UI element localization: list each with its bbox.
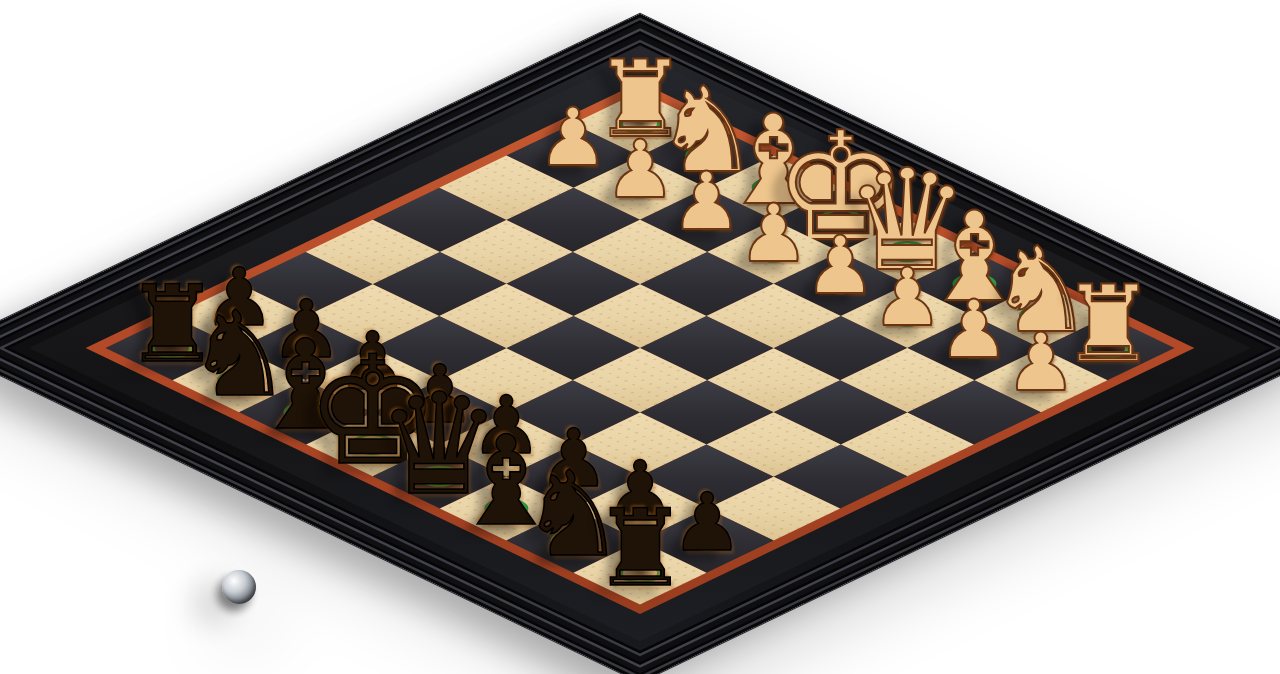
square-a8[interactable]: ♜ xyxy=(573,540,707,604)
piece-black-rook[interactable]: ♜ xyxy=(592,496,687,602)
chess-table: ♜♞♝♚♛♝♞♜♟♟♟♟♟♟♟♟♟♟♟♟♟♟♟♟♜♞♝♚♛♝♞♜ xyxy=(0,0,1280,674)
piece-white-pawn[interactable]: ♟ xyxy=(671,162,743,242)
black-border-band: ♜♞♝♚♛♝♞♜♟♟♟♟♟♟♟♟♟♟♟♟♟♟♟♟♜♞♝♚♛♝♞♜ xyxy=(29,55,1251,642)
piece-white-pawn[interactable]: ♟ xyxy=(938,290,1010,370)
coral-pinstripe-border: ♜♞♝♚♛♝♞♜♟♟♟♟♟♟♟♟♟♟♟♟♟♟♟♟♜♞♝♚♛♝♞♜ xyxy=(86,82,1195,614)
board-squares: ♜♞♝♚♛♝♞♜♟♟♟♟♟♟♟♟♟♟♟♟♟♟♟♟♜♞♝♚♛♝♞♜ xyxy=(105,91,1174,604)
piece-white-pawn[interactable]: ♟ xyxy=(537,98,609,178)
piece-white-pawn[interactable]: ♟ xyxy=(604,130,676,210)
drawer-knob xyxy=(222,570,256,604)
piece-white-pawn[interactable]: ♟ xyxy=(871,258,943,338)
piece-white-pawn[interactable]: ♟ xyxy=(805,226,877,306)
piece-white-pawn[interactable]: ♟ xyxy=(738,194,810,274)
piece-white-pawn[interactable]: ♟ xyxy=(1005,322,1077,402)
chess-board: ♜♞♝♚♛♝♞♜♟♟♟♟♟♟♟♟♟♟♟♟♟♟♟♟♜♞♝♚♛♝♞♜ xyxy=(0,13,1280,674)
product-photo-stage: ♜♞♝♚♛♝♞♜♟♟♟♟♟♟♟♟♟♟♟♟♟♟♟♟♜♞♝♚♛♝♞♜ xyxy=(0,0,1280,674)
board-frame-molding: ♜♞♝♚♛♝♞♜♟♟♟♟♟♟♟♟♟♟♟♟♟♟♟♟♜♞♝♚♛♝♞♜ xyxy=(0,13,1280,674)
